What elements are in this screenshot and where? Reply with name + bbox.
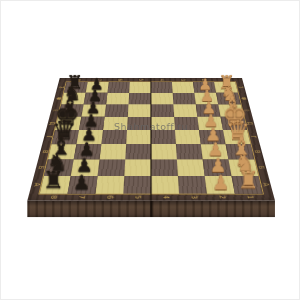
fold-seam-side — [150, 201, 152, 218]
square-h8: ♜ — [64, 82, 88, 93]
square-a4 — [151, 176, 179, 194]
square-h1: ♜ — [214, 82, 238, 93]
square-f5 — [128, 104, 151, 116]
white-pawn-a2: ♟ — [212, 173, 230, 193]
square-g5 — [128, 93, 150, 105]
square-f6 — [105, 104, 129, 116]
square-a7: ♟ — [68, 176, 98, 194]
white-rook-h1: ♜ — [218, 73, 235, 92]
square-g1: ♞ — [216, 93, 241, 105]
square-a6 — [95, 176, 124, 194]
square-h3 — [172, 82, 194, 93]
product-photo-chess-set: ♜♟♟♜♞♟♟♞♝♟♟♝♚♟♟♚♛♟♟♛♝♟♟♝♞♟♟♞♜♟♟♜ 8877665… — [0, 0, 300, 300]
board-front-face — [27, 201, 275, 218]
white-pawn-h2: ♟ — [198, 77, 212, 92]
square-d7: ♟ — [76, 130, 103, 144]
square-e5 — [127, 117, 151, 130]
square-d4 — [151, 130, 176, 144]
square-e1: ♚ — [221, 117, 247, 130]
black-pawn-c7: ♟ — [79, 141, 95, 159]
square-a1: ♜ — [232, 176, 263, 194]
square-c2: ♟ — [201, 144, 229, 159]
black-pawn-h7: ♟ — [90, 77, 104, 92]
square-d5 — [126, 130, 151, 144]
black-pawn-b7: ♟ — [76, 156, 93, 175]
square-a8: ♜ — [40, 176, 71, 194]
square-d8: ♛ — [52, 130, 79, 144]
black-rook-h8: ♜ — [66, 73, 83, 92]
square-h7: ♟ — [86, 82, 109, 93]
square-c8: ♝ — [48, 144, 77, 159]
black-knight-b8: ♞ — [47, 152, 68, 175]
square-d6 — [101, 130, 127, 144]
square-f3 — [173, 104, 197, 116]
black-bishop-c8: ♝ — [50, 134, 72, 159]
square-b7: ♟ — [71, 159, 100, 175]
square-c5 — [125, 144, 151, 159]
white-pawn-b2: ♟ — [209, 156, 226, 175]
square-c1: ♝ — [226, 144, 255, 159]
white-pawn-c2: ♟ — [207, 141, 223, 159]
square-h4 — [151, 82, 173, 93]
square-f4 — [151, 104, 174, 116]
square-b4 — [151, 159, 178, 175]
white-pawn-d2: ♟ — [205, 126, 221, 144]
square-a2: ♟ — [205, 176, 235, 194]
square-h5 — [129, 82, 151, 93]
square-e3 — [174, 117, 199, 130]
square-g3 — [173, 93, 196, 105]
square-e6 — [103, 117, 128, 130]
square-g6 — [106, 93, 129, 105]
square-c6 — [99, 144, 126, 159]
square-e7: ♟ — [79, 117, 105, 130]
square-g7: ♟ — [84, 93, 108, 105]
square-f1: ♝ — [218, 104, 243, 116]
square-d1: ♛ — [223, 130, 250, 144]
square-e2: ♟ — [197, 117, 223, 130]
square-g4 — [151, 93, 173, 105]
board-top: ♜♟♟♜♞♟♟♞♝♟♟♝♚♟♟♚♛♟♟♛♝♟♟♝♞♟♟♞♜♟♟♜ 8877665… — [27, 78, 275, 201]
square-g8: ♞ — [61, 93, 86, 105]
black-pawn-a7: ♟ — [73, 173, 91, 193]
square-g2: ♟ — [194, 93, 218, 105]
square-f2: ♟ — [196, 104, 221, 116]
white-knight-b1: ♞ — [234, 152, 255, 175]
square-b1: ♞ — [228, 159, 258, 175]
square-f8: ♝ — [58, 104, 83, 116]
square-e4 — [151, 117, 175, 130]
square-c7: ♟ — [74, 144, 102, 159]
square-d3 — [175, 130, 201, 144]
square-a3 — [178, 176, 207, 194]
square-b6 — [98, 159, 126, 175]
black-pawn-d7: ♟ — [81, 126, 97, 144]
square-e8: ♚ — [55, 117, 81, 130]
square-b3 — [177, 159, 205, 175]
square-c4 — [151, 144, 177, 159]
square-b2: ♟ — [203, 159, 232, 175]
square-d2: ♟ — [199, 130, 226, 144]
square-h2: ♟ — [193, 82, 216, 93]
square-a5 — [123, 176, 151, 194]
square-c3 — [176, 144, 203, 159]
white-bishop-c1: ♝ — [230, 134, 252, 159]
square-h6 — [107, 82, 129, 93]
square-b5 — [124, 159, 151, 175]
square-f7: ♟ — [81, 104, 106, 116]
square-b8: ♞ — [44, 159, 74, 175]
